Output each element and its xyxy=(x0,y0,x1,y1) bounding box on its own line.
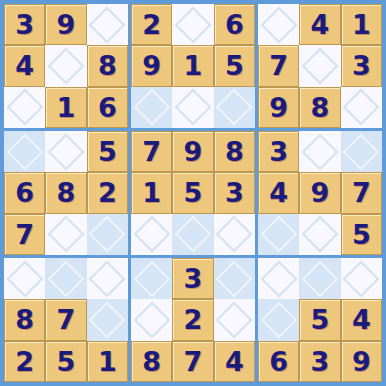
cell-r5c3: 2 xyxy=(87,172,128,213)
cell-r2c5: 1 xyxy=(172,45,213,86)
empty-cell-diamond-icon xyxy=(260,302,297,339)
empty-cell-diamond-icon xyxy=(6,260,43,297)
empty-cell-diamond-icon xyxy=(175,6,212,43)
cell-r6c6[interactable] xyxy=(214,214,255,255)
empty-cell-diamond-icon xyxy=(302,48,339,85)
empty-cell-diamond-icon xyxy=(302,216,339,253)
cell-r7c2[interactable] xyxy=(45,258,86,299)
cell-r4c9[interactable] xyxy=(341,131,382,172)
cell-r1c4: 2 xyxy=(131,4,172,45)
cell-r7c9[interactable] xyxy=(341,258,382,299)
sudoku-box-6: 34975 xyxy=(258,131,382,255)
cell-r2c7: 7 xyxy=(258,45,299,86)
empty-cell-diamond-icon xyxy=(343,89,380,126)
sudoku-box-5: 798153 xyxy=(131,131,255,255)
cell-r3c8: 8 xyxy=(299,87,340,128)
cell-r2c2[interactable] xyxy=(45,45,86,86)
sudoku-box-1: 394816 xyxy=(4,4,128,128)
cell-r3c2: 1 xyxy=(45,87,86,128)
empty-cell-diamond-icon xyxy=(260,216,297,253)
cell-r5c5: 5 xyxy=(172,172,213,213)
cell-r8c8: 5 xyxy=(299,299,340,340)
cell-r3c7: 9 xyxy=(258,87,299,128)
cell-r4c8[interactable] xyxy=(299,131,340,172)
empty-cell-diamond-icon xyxy=(48,133,85,170)
empty-cell-diamond-icon xyxy=(216,302,253,339)
sudoku-box-2: 26915 xyxy=(131,4,255,128)
cell-r5c8: 9 xyxy=(299,172,340,213)
sudoku-box-7: 87251 xyxy=(4,258,128,382)
cell-r7c7[interactable] xyxy=(258,258,299,299)
empty-cell-diamond-icon xyxy=(133,260,170,297)
cell-r8c5: 2 xyxy=(172,299,213,340)
empty-cell-diamond-icon xyxy=(216,89,253,126)
empty-cell-diamond-icon xyxy=(260,6,297,43)
cell-r1c9: 1 xyxy=(341,4,382,45)
empty-cell-diamond-icon xyxy=(133,89,170,126)
cell-r9c6: 4 xyxy=(214,341,255,382)
cell-r8c3[interactable] xyxy=(87,299,128,340)
empty-cell-diamond-icon xyxy=(216,216,253,253)
cell-r9c4: 8 xyxy=(131,341,172,382)
cell-r6c7[interactable] xyxy=(258,214,299,255)
empty-cell-diamond-icon xyxy=(133,216,170,253)
cell-r1c3[interactable] xyxy=(87,4,128,45)
cell-r4c1[interactable] xyxy=(4,131,45,172)
sudoku-box-4: 56827 xyxy=(4,131,128,255)
cell-r9c7: 6 xyxy=(258,341,299,382)
sudoku-box-8: 32874 xyxy=(131,258,255,382)
empty-cell-diamond-icon xyxy=(89,6,126,43)
empty-cell-diamond-icon xyxy=(133,302,170,339)
cell-r4c6: 8 xyxy=(214,131,255,172)
cell-r4c5: 9 xyxy=(172,131,213,172)
cell-r7c5: 3 xyxy=(172,258,213,299)
cell-r5c2: 8 xyxy=(45,172,86,213)
empty-cell-diamond-icon xyxy=(89,216,126,253)
cell-r1c5[interactable] xyxy=(172,4,213,45)
cell-r3c1[interactable] xyxy=(4,87,45,128)
cell-r3c4[interactable] xyxy=(131,87,172,128)
cell-r1c6: 6 xyxy=(214,4,255,45)
empty-cell-diamond-icon xyxy=(343,133,380,170)
cell-r7c4[interactable] xyxy=(131,258,172,299)
cell-r8c4[interactable] xyxy=(131,299,172,340)
sudoku-box-3: 417398 xyxy=(258,4,382,128)
empty-cell-diamond-icon xyxy=(216,260,253,297)
cell-r6c8[interactable] xyxy=(299,214,340,255)
cell-r2c9: 3 xyxy=(341,45,382,86)
cell-r1c7[interactable] xyxy=(258,4,299,45)
cell-r3c3: 6 xyxy=(87,87,128,128)
cell-r6c2[interactable] xyxy=(45,214,86,255)
sudoku-board: 3948162691541739856827798153349758725132… xyxy=(0,0,386,386)
cell-r6c1: 7 xyxy=(4,214,45,255)
cell-r6c4[interactable] xyxy=(131,214,172,255)
cell-r2c1: 4 xyxy=(4,45,45,86)
cell-r6c3[interactable] xyxy=(87,214,128,255)
cell-r5c6: 3 xyxy=(214,172,255,213)
empty-cell-diamond-icon xyxy=(48,216,85,253)
cell-r8c1: 8 xyxy=(4,299,45,340)
empty-cell-diamond-icon xyxy=(89,302,126,339)
cell-r2c6: 5 xyxy=(214,45,255,86)
cell-r8c9: 4 xyxy=(341,299,382,340)
empty-cell-diamond-icon xyxy=(302,133,339,170)
cell-r7c8[interactable] xyxy=(299,258,340,299)
cell-r8c6[interactable] xyxy=(214,299,255,340)
cell-r2c8[interactable] xyxy=(299,45,340,86)
empty-cell-diamond-icon xyxy=(48,260,85,297)
cell-r6c5[interactable] xyxy=(172,214,213,255)
cell-r7c3[interactable] xyxy=(87,258,128,299)
sudoku-box-9: 54639 xyxy=(258,258,382,382)
cell-r7c1[interactable] xyxy=(4,258,45,299)
cell-r5c1: 6 xyxy=(4,172,45,213)
cell-r9c3: 1 xyxy=(87,341,128,382)
cell-r6c9: 5 xyxy=(341,214,382,255)
cell-r8c2: 7 xyxy=(45,299,86,340)
empty-cell-diamond-icon xyxy=(175,216,212,253)
empty-cell-diamond-icon xyxy=(48,48,85,85)
cell-r9c5: 7 xyxy=(172,341,213,382)
cell-r9c2: 5 xyxy=(45,341,86,382)
cell-r4c4: 7 xyxy=(131,131,172,172)
cell-r5c4: 1 xyxy=(131,172,172,213)
empty-cell-diamond-icon xyxy=(260,260,297,297)
cell-r7c6[interactable] xyxy=(214,258,255,299)
empty-cell-diamond-icon xyxy=(6,89,43,126)
cell-r9c8: 3 xyxy=(299,341,340,382)
empty-cell-diamond-icon xyxy=(89,260,126,297)
cell-r8c7[interactable] xyxy=(258,299,299,340)
empty-cell-diamond-icon xyxy=(6,133,43,170)
cell-r5c7: 4 xyxy=(258,172,299,213)
cell-r1c2: 9 xyxy=(45,4,86,45)
empty-cell-diamond-icon xyxy=(175,89,212,126)
cell-r9c9: 9 xyxy=(341,341,382,382)
cell-r4c7: 3 xyxy=(258,131,299,172)
cell-r4c3: 5 xyxy=(87,131,128,172)
cell-r3c9[interactable] xyxy=(341,87,382,128)
empty-cell-diamond-icon xyxy=(343,260,380,297)
cell-r3c6[interactable] xyxy=(214,87,255,128)
cell-r1c1: 3 xyxy=(4,4,45,45)
cell-r3c5[interactable] xyxy=(172,87,213,128)
cell-r2c3: 8 xyxy=(87,45,128,86)
cell-r4c2[interactable] xyxy=(45,131,86,172)
cell-r1c8: 4 xyxy=(299,4,340,45)
cell-r2c4: 9 xyxy=(131,45,172,86)
cell-r9c1: 2 xyxy=(4,341,45,382)
cell-r5c9: 7 xyxy=(341,172,382,213)
empty-cell-diamond-icon xyxy=(302,260,339,297)
